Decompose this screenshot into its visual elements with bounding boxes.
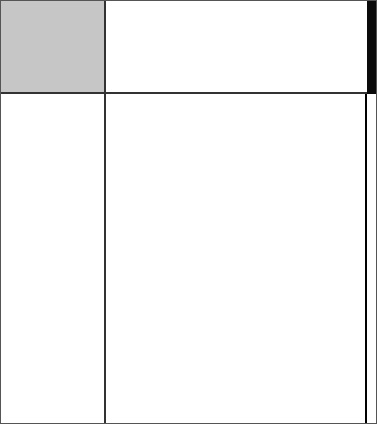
side-black-band — [367, 1, 377, 94]
corner-watermark — [1, 1, 106, 94]
column-clues — [106, 1, 367, 94]
side-watermark — [367, 1, 377, 424]
nonogram-puzzle — [0, 0, 377, 424]
puzzle-grid — [106, 94, 367, 424]
row-clues — [1, 94, 106, 424]
